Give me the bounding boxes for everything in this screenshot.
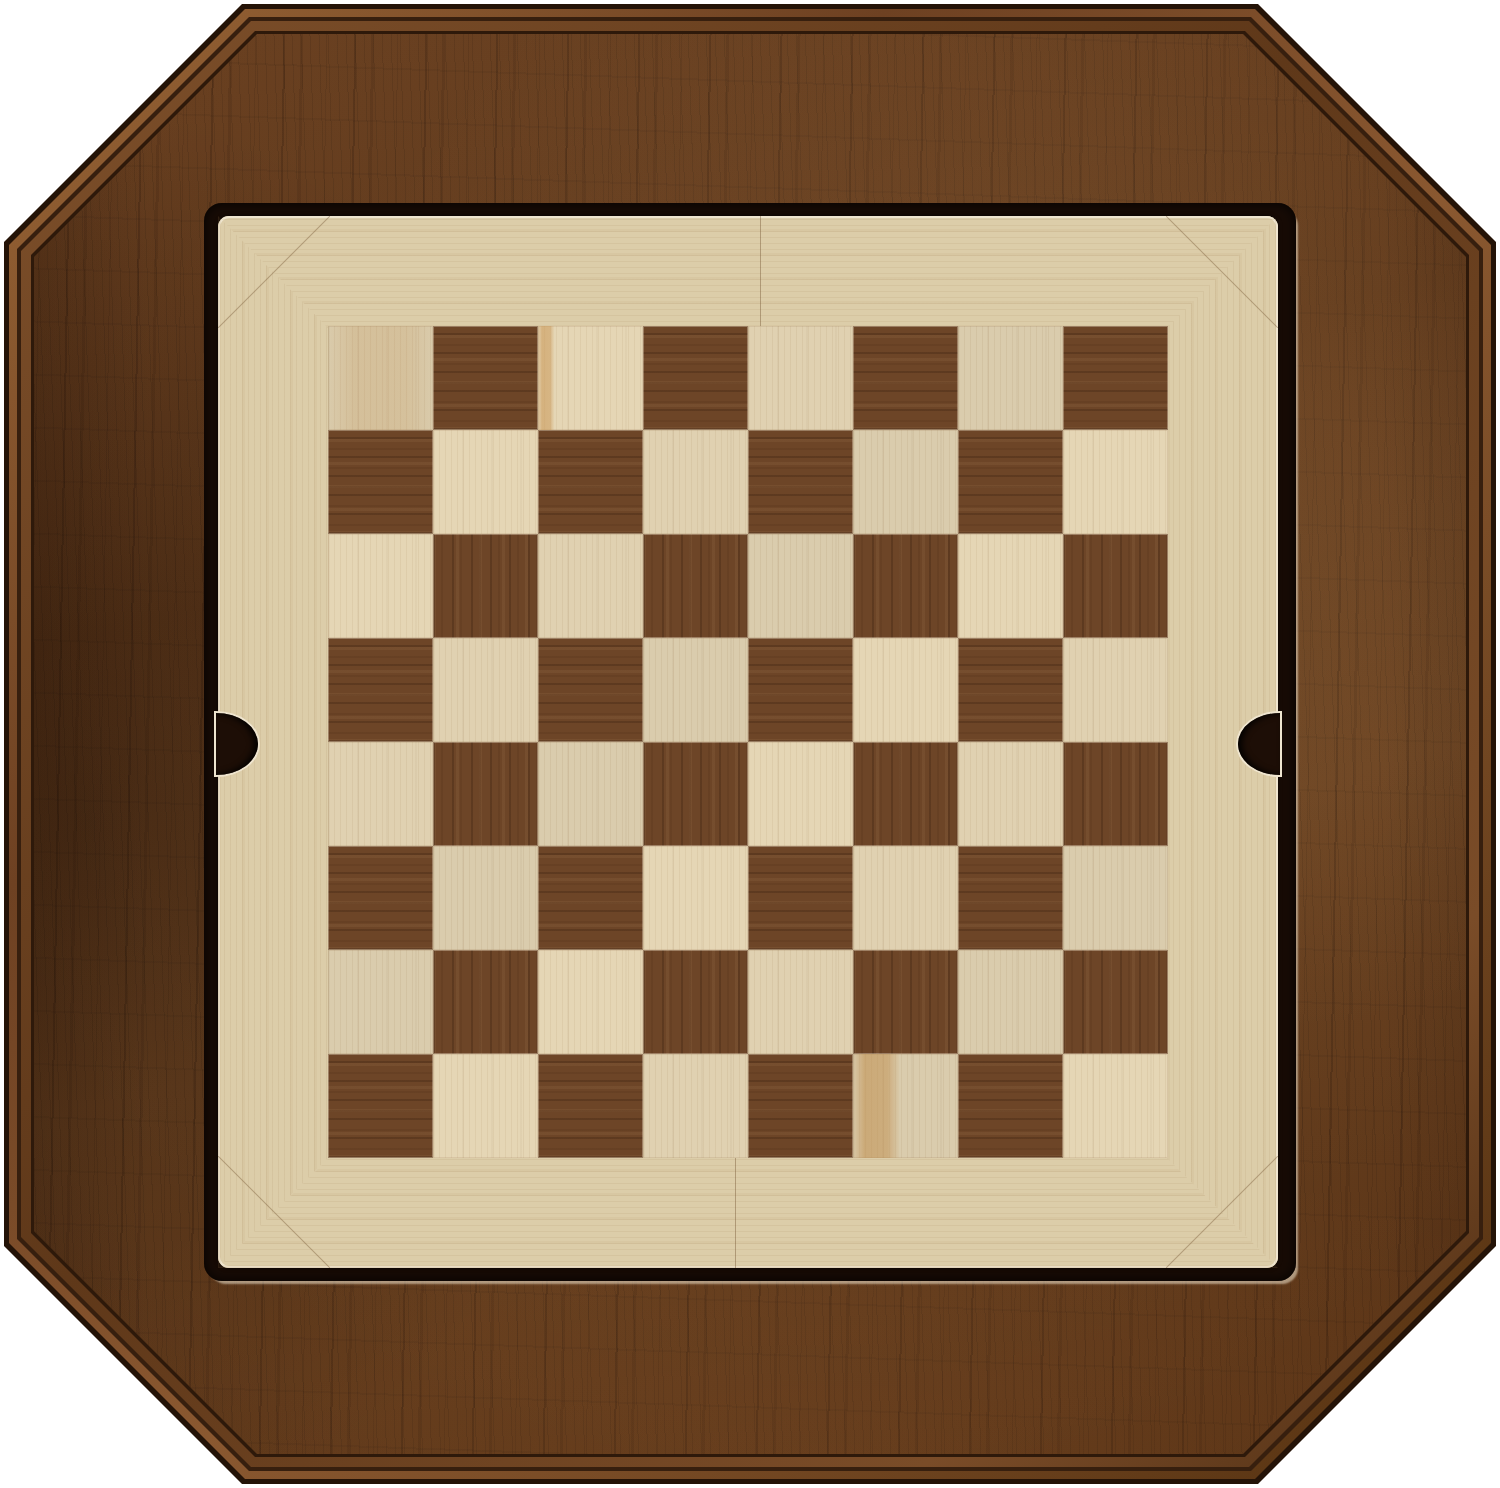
square-f2[interactable] [853, 950, 958, 1054]
square-b4[interactable] [433, 742, 538, 846]
square-h7[interactable] [1063, 430, 1168, 534]
square-f1[interactable] [853, 1054, 958, 1158]
square-a3[interactable] [328, 846, 433, 950]
square-g7[interactable] [958, 430, 1063, 534]
square-d4[interactable] [643, 742, 748, 846]
border-joint-bottom [735, 1158, 736, 1268]
square-c3[interactable] [538, 846, 643, 950]
square-g1[interactable] [958, 1054, 1063, 1158]
square-b8[interactable] [433, 326, 538, 430]
square-g5[interactable] [958, 638, 1063, 742]
square-a7[interactable] [328, 430, 433, 534]
square-f5[interactable] [853, 638, 958, 742]
square-e5[interactable] [748, 638, 853, 742]
square-h1[interactable] [1063, 1054, 1168, 1158]
maple-border-bottom [218, 1158, 1278, 1268]
square-h5[interactable] [1063, 638, 1168, 742]
square-g6[interactable] [958, 534, 1063, 638]
square-d1[interactable] [643, 1054, 748, 1158]
square-c6[interactable] [538, 534, 643, 638]
square-c7[interactable] [538, 430, 643, 534]
square-e7[interactable] [748, 430, 853, 534]
mitre-seam-top-left [218, 216, 330, 328]
square-g4[interactable] [958, 742, 1063, 846]
square-g2[interactable] [958, 950, 1063, 1054]
square-f3[interactable] [853, 846, 958, 950]
square-e1[interactable] [748, 1054, 853, 1158]
square-c5[interactable] [538, 638, 643, 742]
square-d3[interactable] [643, 846, 748, 950]
mitre-seam-top-right [1166, 216, 1278, 328]
mitre-seam-bottom-left [218, 1156, 330, 1268]
square-a1[interactable] [328, 1054, 433, 1158]
square-e3[interactable] [748, 846, 853, 950]
checkerboard-field [328, 326, 1168, 1158]
square-a6[interactable] [328, 534, 433, 638]
square-b3[interactable] [433, 846, 538, 950]
square-d6[interactable] [643, 534, 748, 638]
square-d7[interactable] [643, 430, 748, 534]
square-f7[interactable] [853, 430, 958, 534]
finger-notch-left[interactable] [216, 713, 258, 775]
wood-grain-streak [328, 326, 433, 430]
square-b6[interactable] [433, 534, 538, 638]
square-d8[interactable] [643, 326, 748, 430]
square-a8[interactable] [328, 326, 433, 430]
square-h8[interactable] [1063, 326, 1168, 430]
square-c2[interactable] [538, 950, 643, 1054]
square-b5[interactable] [433, 638, 538, 742]
square-f4[interactable] [853, 742, 958, 846]
product-photo [0, 0, 1500, 1488]
square-c1[interactable] [538, 1054, 643, 1158]
square-b2[interactable] [433, 950, 538, 1054]
maple-border-top [218, 216, 1278, 328]
wood-grain-streak [538, 326, 554, 430]
square-g3[interactable] [958, 846, 1063, 950]
square-h4[interactable] [1063, 742, 1168, 846]
square-b1[interactable] [433, 1054, 538, 1158]
square-f6[interactable] [853, 534, 958, 638]
square-h6[interactable] [1063, 534, 1168, 638]
finger-notch-right[interactable] [1238, 713, 1280, 775]
square-h2[interactable] [1063, 950, 1168, 1054]
square-f8[interactable] [853, 326, 958, 430]
square-b7[interactable] [433, 430, 538, 534]
square-a4[interactable] [328, 742, 433, 846]
square-d5[interactable] [643, 638, 748, 742]
square-e2[interactable] [748, 950, 853, 1054]
square-a2[interactable] [328, 950, 433, 1054]
square-d2[interactable] [643, 950, 748, 1054]
square-c8[interactable] [538, 326, 643, 430]
square-e6[interactable] [748, 534, 853, 638]
square-h3[interactable] [1063, 846, 1168, 950]
square-e8[interactable] [748, 326, 853, 430]
square-c4[interactable] [538, 742, 643, 846]
border-joint-top [760, 216, 761, 328]
square-g8[interactable] [958, 326, 1063, 430]
game-board-panel [218, 216, 1278, 1268]
mitre-seam-bottom-right [1166, 1156, 1278, 1268]
wood-grain-streak [853, 1054, 899, 1158]
square-a5[interactable] [328, 638, 433, 742]
square-e4[interactable] [748, 742, 853, 846]
